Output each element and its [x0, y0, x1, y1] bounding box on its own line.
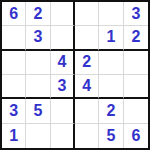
cell-empty-r3c6[interactable] [124, 51, 148, 75]
cell-empty-r2c1[interactable] [2, 26, 26, 50]
cell-given-r2c5[interactable]: 1 [99, 26, 123, 50]
cell-empty-r5c3[interactable] [51, 99, 75, 123]
cell-given-r1c1[interactable]: 6 [2, 2, 26, 26]
cell-given-r3c4[interactable]: 2 [75, 51, 99, 75]
cell-given-r1c2[interactable]: 2 [26, 2, 50, 26]
cell-empty-r3c5[interactable] [99, 51, 123, 75]
cell-empty-r4c1[interactable] [2, 75, 26, 99]
cell-given-r5c5[interactable]: 2 [99, 99, 123, 123]
cell-empty-r3c2[interactable] [26, 51, 50, 75]
cell-given-r3c3[interactable]: 4 [51, 51, 75, 75]
cell-given-r6c6[interactable]: 6 [124, 124, 148, 148]
cell-empty-r1c4[interactable] [75, 2, 99, 26]
cell-empty-r2c3[interactable] [51, 26, 75, 50]
cell-given-r2c6[interactable]: 2 [124, 26, 148, 50]
cell-given-r5c1[interactable]: 3 [2, 99, 26, 123]
cell-given-r6c1[interactable]: 1 [2, 124, 26, 148]
cell-empty-r4c5[interactable] [99, 75, 123, 99]
cell-empty-r4c2[interactable] [26, 75, 50, 99]
sudoku-board: 6233124234352156 [0, 0, 150, 150]
cell-given-r5c2[interactable]: 5 [26, 99, 50, 123]
cell-empty-r6c3[interactable] [51, 124, 75, 148]
cell-given-r4c3[interactable]: 3 [51, 75, 75, 99]
cell-empty-r2c4[interactable] [75, 26, 99, 50]
cell-given-r2c2[interactable]: 3 [26, 26, 50, 50]
cell-given-r6c5[interactable]: 5 [99, 124, 123, 148]
cell-empty-r1c3[interactable] [51, 2, 75, 26]
cell-empty-r6c2[interactable] [26, 124, 50, 148]
cell-empty-r4c6[interactable] [124, 75, 148, 99]
cell-empty-r5c6[interactable] [124, 99, 148, 123]
cell-empty-r1c5[interactable] [99, 2, 123, 26]
cell-given-r1c6[interactable]: 3 [124, 2, 148, 26]
cell-empty-r5c4[interactable] [75, 99, 99, 123]
cell-empty-r3c1[interactable] [2, 51, 26, 75]
cell-given-r4c4[interactable]: 4 [75, 75, 99, 99]
cell-empty-r6c4[interactable] [75, 124, 99, 148]
